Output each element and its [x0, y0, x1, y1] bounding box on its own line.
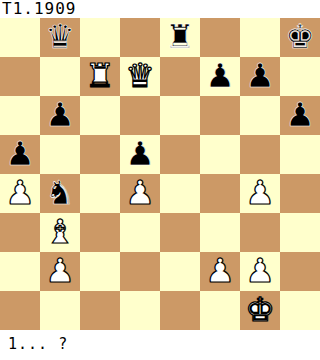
square-f3[interactable]: [200, 213, 240, 252]
square-b8[interactable]: ♛: [40, 18, 80, 57]
square-g5[interactable]: [240, 135, 280, 174]
square-d4[interactable]: ♟: [120, 174, 160, 213]
move-prompt: 1... ?: [0, 330, 320, 360]
square-e4[interactable]: [160, 174, 200, 213]
square-e1[interactable]: [160, 291, 200, 330]
piece-white-pawn[interactable]: ♟: [125, 176, 155, 209]
piece-black-rook[interactable]: ♜: [165, 20, 195, 53]
square-f8[interactable]: [200, 18, 240, 57]
square-d7[interactable]: ♛: [120, 57, 160, 96]
square-d6[interactable]: [120, 96, 160, 135]
square-c4[interactable]: [80, 174, 120, 213]
square-h6[interactable]: ♟: [280, 96, 320, 135]
square-b6[interactable]: ♟: [40, 96, 80, 135]
square-f5[interactable]: [200, 135, 240, 174]
square-g7[interactable]: ♟: [240, 57, 280, 96]
square-f4[interactable]: [200, 174, 240, 213]
chess-board: ♛♜♚♜♛♟♟♟♟♟♟♟♞♟♟♝♟♟♟♚: [0, 18, 320, 330]
square-d1[interactable]: [120, 291, 160, 330]
square-e3[interactable]: [160, 213, 200, 252]
square-d2[interactable]: [120, 252, 160, 291]
piece-black-pawn[interactable]: ♟: [125, 137, 155, 170]
square-a7[interactable]: [0, 57, 40, 96]
square-b2[interactable]: ♟: [40, 252, 80, 291]
square-d3[interactable]: [120, 213, 160, 252]
square-h3[interactable]: [280, 213, 320, 252]
square-b4[interactable]: ♞: [40, 174, 80, 213]
square-e7[interactable]: [160, 57, 200, 96]
puzzle-title: T1.1909: [0, 0, 320, 18]
square-d5[interactable]: ♟: [120, 135, 160, 174]
square-h1[interactable]: [280, 291, 320, 330]
piece-black-pawn[interactable]: ♟: [245, 59, 275, 92]
square-g1[interactable]: ♚: [240, 291, 280, 330]
piece-black-pawn[interactable]: ♟: [5, 137, 35, 170]
square-a5[interactable]: ♟: [0, 135, 40, 174]
piece-white-queen[interactable]: ♛: [125, 59, 155, 92]
square-f1[interactable]: [200, 291, 240, 330]
square-g3[interactable]: [240, 213, 280, 252]
square-c5[interactable]: [80, 135, 120, 174]
piece-black-pawn[interactable]: ♟: [285, 98, 315, 131]
piece-black-knight[interactable]: ♞: [45, 176, 75, 209]
square-g6[interactable]: [240, 96, 280, 135]
square-b7[interactable]: [40, 57, 80, 96]
square-a6[interactable]: [0, 96, 40, 135]
square-h7[interactable]: [280, 57, 320, 96]
square-h5[interactable]: [280, 135, 320, 174]
square-a3[interactable]: [0, 213, 40, 252]
square-a1[interactable]: [0, 291, 40, 330]
square-g8[interactable]: [240, 18, 280, 57]
piece-black-pawn[interactable]: ♟: [45, 98, 75, 131]
square-e8[interactable]: ♜: [160, 18, 200, 57]
square-e6[interactable]: [160, 96, 200, 135]
square-f2[interactable]: ♟: [200, 252, 240, 291]
piece-black-queen[interactable]: ♛: [45, 20, 75, 53]
piece-white-pawn[interactable]: ♟: [205, 254, 235, 287]
square-f7[interactable]: ♟: [200, 57, 240, 96]
piece-white-pawn[interactable]: ♟: [245, 176, 275, 209]
piece-white-rook[interactable]: ♜: [85, 59, 115, 92]
square-g4[interactable]: ♟: [240, 174, 280, 213]
square-f6[interactable]: [200, 96, 240, 135]
square-c1[interactable]: [80, 291, 120, 330]
square-c6[interactable]: [80, 96, 120, 135]
piece-white-king[interactable]: ♚: [245, 293, 275, 326]
square-e5[interactable]: [160, 135, 200, 174]
piece-black-king[interactable]: ♚: [285, 20, 315, 53]
square-b5[interactable]: [40, 135, 80, 174]
piece-white-pawn[interactable]: ♟: [245, 254, 275, 287]
square-b1[interactable]: [40, 291, 80, 330]
square-b3[interactable]: ♝: [40, 213, 80, 252]
square-c2[interactable]: [80, 252, 120, 291]
square-a2[interactable]: [0, 252, 40, 291]
square-h2[interactable]: [280, 252, 320, 291]
square-h8[interactable]: ♚: [280, 18, 320, 57]
square-a8[interactable]: [0, 18, 40, 57]
square-c3[interactable]: [80, 213, 120, 252]
square-e2[interactable]: [160, 252, 200, 291]
square-d8[interactable]: [120, 18, 160, 57]
piece-black-pawn[interactable]: ♟: [205, 59, 235, 92]
square-c7[interactable]: ♜: [80, 57, 120, 96]
square-c8[interactable]: [80, 18, 120, 57]
square-g2[interactable]: ♟: [240, 252, 280, 291]
square-h4[interactable]: [280, 174, 320, 213]
piece-white-bishop[interactable]: ♝: [45, 215, 75, 248]
piece-white-pawn[interactable]: ♟: [45, 254, 75, 287]
square-a4[interactable]: ♟: [0, 174, 40, 213]
piece-white-pawn[interactable]: ♟: [5, 176, 35, 209]
